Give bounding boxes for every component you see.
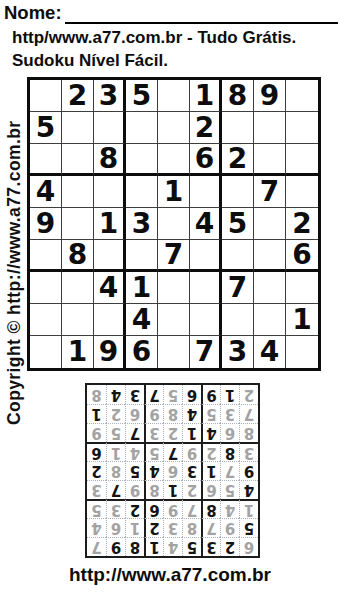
answer-cell: 4 [220,499,239,518]
empty-cell[interactable] [158,112,190,144]
given-cell: 9 [94,336,126,368]
empty-cell[interactable] [158,336,190,368]
answer-cell: 9 [182,442,201,461]
given-cell: 8 [94,144,126,176]
answer-cell: 9 [125,480,144,499]
answer-cell: 2 [87,461,106,480]
empty-cell[interactable] [30,336,62,368]
answer-cell: 5 [239,518,258,537]
empty-cell[interactable] [254,240,286,272]
empty-cell[interactable] [190,272,222,304]
answer-cell: 4 [87,518,106,537]
empty-cell[interactable] [286,336,318,368]
answer-cell: 6 [144,499,163,518]
empty-cell[interactable] [286,112,318,144]
given-cell: 9 [254,80,286,112]
empty-cell[interactable] [222,240,254,272]
answer-cell: 1 [182,423,201,442]
given-cell: 4 [30,176,62,208]
answer-cell: 5 [106,423,125,442]
answer-cell: 1 [201,461,220,480]
answer-cell: 7 [239,404,258,423]
answer-cell: 8 [163,404,182,423]
answer-cell: 4 [182,404,201,423]
answer-cell: 9 [220,518,239,537]
empty-cell[interactable] [126,112,158,144]
empty-cell[interactable] [286,144,318,176]
empty-cell[interactable] [254,112,286,144]
answer-cell: 2 [125,499,144,518]
given-cell: 4 [190,208,222,240]
answer-cell: 6 [220,423,239,442]
sudoku-puzzle-grid: 2351895286241791345287641741196734 [27,77,321,371]
given-cell: 6 [126,336,158,368]
answer-cell: 7 [163,442,182,461]
answer-cell: 9 [163,499,182,518]
answer-cell: 7 [182,499,201,518]
answer-cell: 4 [106,385,125,404]
answer-cell: 7 [87,537,106,556]
answer-cell: 6 [106,518,125,537]
answer-cell: 2 [106,404,125,423]
answer-cell: 2 [201,442,220,461]
given-cell: 2 [286,208,318,240]
answer-cell: 2 [239,385,258,404]
answer-cell: 2 [163,423,182,442]
answer-cell: 2 [220,537,239,556]
answer-cell: 9 [201,385,220,404]
given-cell: 6 [190,144,222,176]
empty-cell[interactable] [222,112,254,144]
empty-cell[interactable] [62,208,94,240]
given-cell: 1 [62,336,94,368]
puzzle-level-title: Sudoku Nível Fácil. [12,51,168,71]
answer-cell: 3 [144,423,163,442]
given-cell: 1 [126,272,158,304]
empty-cell[interactable] [222,176,254,208]
empty-cell[interactable] [126,144,158,176]
answer-cell: 7 [201,518,220,537]
empty-cell[interactable] [286,176,318,208]
answer-cell: 8 [220,442,239,461]
answer-cell: 8 [87,385,106,404]
answer-cell: 1 [220,385,239,404]
empty-cell[interactable] [254,272,286,304]
answer-cell: 5 [182,537,201,556]
answer-cell: 1 [163,480,182,499]
answer-cell: 1 [106,442,125,461]
answer-cell: 2 [182,480,201,499]
footer-url: http://www.a77.com.br [0,564,340,586]
empty-cell[interactable] [62,304,94,336]
answer-cell: 5 [163,385,182,404]
answer-cell: 1 [239,499,258,518]
answer-cell: 9 [87,423,106,442]
answer-cell: 6 [201,480,220,499]
answer-cell: 8 [125,537,144,556]
empty-cell[interactable] [30,80,62,112]
name-row: Nome: [4,2,338,24]
answer-cell: 6 [239,537,258,556]
given-cell: 5 [30,112,62,144]
empty-cell[interactable] [30,240,62,272]
given-cell: 7 [254,176,286,208]
answer-cell: 3 [125,385,144,404]
empty-cell[interactable] [190,176,222,208]
empty-cell[interactable] [94,112,126,144]
answer-cell: 9 [144,404,163,423]
empty-cell[interactable] [254,144,286,176]
empty-cell[interactable] [254,304,286,336]
answer-cell: 3 [220,404,239,423]
empty-cell[interactable] [158,272,190,304]
answer-cell: 8 [201,499,220,518]
empty-cell[interactable] [158,208,190,240]
given-cell: 2 [62,80,94,112]
given-cell: 1 [158,176,190,208]
answer-cell: 1 [144,537,163,556]
empty-cell[interactable] [126,240,158,272]
sudoku-answer-grid-rotated: 6235418975978321641487962354562189739713… [85,383,260,558]
empty-cell[interactable] [62,112,94,144]
answer-cell: 5 [201,404,220,423]
answer-cell: 9 [239,461,258,480]
empty-cell[interactable] [190,240,222,272]
given-cell: 1 [286,304,318,336]
answer-cell: 3 [106,499,125,518]
given-cell: 7 [222,272,254,304]
answer-cell: 4 [163,537,182,556]
given-cell: 8 [62,240,94,272]
answer-cell: 8 [106,461,125,480]
empty-cell[interactable] [30,272,62,304]
answer-cell: 5 [87,499,106,518]
given-cell: 3 [222,336,254,368]
given-cell: 1 [190,80,222,112]
given-cell: 1 [94,208,126,240]
given-cell: 4 [94,272,126,304]
answer-cell: 6 [125,404,144,423]
name-fill-line[interactable] [65,6,338,24]
given-cell: 2 [222,144,254,176]
empty-cell[interactable] [30,304,62,336]
empty-cell[interactable] [158,80,190,112]
answer-cell: 6 [182,385,201,404]
empty-cell[interactable] [94,304,126,336]
empty-cell[interactable] [286,80,318,112]
given-cell: 6 [286,240,318,272]
empty-cell[interactable] [62,176,94,208]
empty-cell[interactable] [286,272,318,304]
given-cell: 3 [126,208,158,240]
answer-cell: 4 [144,461,163,480]
answer-cell: 4 [201,423,220,442]
answer-cell: 6 [87,442,106,461]
answer-cell: 5 [144,442,163,461]
empty-cell[interactable] [254,208,286,240]
empty-cell[interactable] [158,304,190,336]
given-cell: 5 [222,208,254,240]
answer-cell: 5 [220,480,239,499]
given-cell: 4 [126,304,158,336]
empty-cell[interactable] [94,176,126,208]
given-cell: 2 [190,112,222,144]
worksheet-page: { "game": "sudoku", "header": { "name_la… [0,0,340,596]
empty-cell[interactable] [30,144,62,176]
given-cell: 4 [254,336,286,368]
answer-cell: 7 [125,423,144,442]
answer-cell: 1 [87,404,106,423]
empty-cell[interactable] [94,240,126,272]
answer-cell: 3 [239,442,258,461]
copyright-vertical-text: Copyright © http://www.a77.com.br [4,121,25,426]
given-cell: 7 [190,336,222,368]
given-cell: 3 [94,80,126,112]
given-cell: 7 [158,240,190,272]
answer-cell: 4 [239,480,258,499]
name-label: Nome: [4,2,62,24]
empty-cell[interactable] [190,304,222,336]
empty-cell[interactable] [62,272,94,304]
answer-cell: 1 [125,518,144,537]
given-cell: 8 [222,80,254,112]
answer-cell: 7 [220,461,239,480]
given-cell: 5 [126,80,158,112]
empty-cell[interactable] [222,304,254,336]
answer-cell: 3 [201,537,220,556]
answer-cell: 3 [87,480,106,499]
answer-cell: 8 [239,423,258,442]
answer-cell: 8 [144,480,163,499]
empty-cell[interactable] [158,144,190,176]
given-cell: 9 [30,208,62,240]
answer-cell: 8 [182,518,201,537]
answer-cell: 3 [182,461,201,480]
answer-cell: 6 [163,461,182,480]
answer-cell: 3 [163,518,182,537]
answer-cell: 7 [144,385,163,404]
answer-cell: 5 [125,461,144,480]
answer-cell: 9 [106,537,125,556]
answer-cell: 7 [106,480,125,499]
answer-cell: 4 [125,442,144,461]
answer-cell: 2 [144,518,163,537]
empty-cell[interactable] [62,144,94,176]
empty-cell[interactable] [126,176,158,208]
site-tagline: http/www.a77.com.br - Tudo Grátis. [12,28,296,48]
